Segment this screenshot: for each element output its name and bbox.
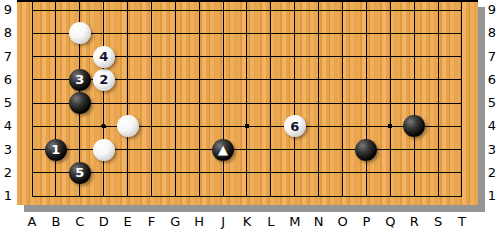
column-label-M: M	[287, 214, 303, 230]
stone-white-D6: 2	[93, 69, 115, 91]
stone-white-C8	[69, 22, 91, 44]
stone-black-P3	[355, 139, 377, 161]
row-label-left-9: 9	[0, 2, 16, 18]
row-label-right-8: 8	[484, 25, 500, 41]
column-label-B: B	[48, 214, 64, 230]
move-number-label: 3	[75, 73, 84, 86]
row-label-right-4: 4	[484, 118, 500, 134]
row-label-right-5: 5	[484, 95, 500, 111]
column-label-T: T	[454, 214, 470, 230]
column-label-H: H	[191, 214, 207, 230]
stone-black-B3: 1	[45, 139, 67, 161]
row-label-right-1: 1	[484, 188, 500, 204]
column-label-N: N	[311, 214, 327, 230]
row-label-right-7: 7	[484, 49, 500, 65]
column-label-D: D	[96, 214, 112, 230]
row-label-right-3: 3	[484, 142, 500, 158]
stone-black-C5	[69, 92, 91, 114]
move-number-label: 4	[99, 50, 108, 63]
column-label-E: E	[120, 214, 136, 230]
go-diagram: 153▲246 ABCDEFGHJKLMNOPQRST9988776655443…	[0, 0, 500, 236]
column-label-A: A	[24, 214, 40, 230]
stone-white-D7: 4	[93, 46, 115, 68]
row-label-right-6: 6	[484, 72, 500, 88]
stone-white-E4	[117, 115, 139, 137]
column-label-P: P	[358, 214, 374, 230]
move-number-label: 2	[99, 73, 108, 86]
row-label-left-7: 7	[0, 49, 16, 65]
column-label-F: F	[143, 214, 159, 230]
row-label-left-8: 8	[0, 25, 16, 41]
row-label-left-3: 3	[0, 142, 16, 158]
move-number-label: 6	[290, 120, 299, 133]
stone-black-C2: 5	[69, 162, 91, 184]
move-number-label: 1	[51, 143, 60, 156]
column-label-G: G	[167, 214, 183, 230]
row-label-right-2: 2	[484, 165, 500, 181]
row-label-left-5: 5	[0, 95, 16, 111]
column-label-S: S	[430, 214, 446, 230]
move-number-label: 5	[75, 166, 84, 179]
stone-white-D3	[93, 139, 115, 161]
column-label-Q: Q	[382, 214, 398, 230]
row-label-left-4: 4	[0, 118, 16, 134]
column-label-J: J	[215, 214, 231, 230]
column-label-L: L	[263, 214, 279, 230]
stone-white-M4: 6	[284, 115, 306, 137]
row-label-left-2: 2	[0, 165, 16, 181]
column-label-C: C	[72, 214, 88, 230]
column-label-K: K	[239, 214, 255, 230]
stone-black-C6: 3	[69, 69, 91, 91]
row-label-right-9: 9	[484, 2, 500, 18]
stone-black-J3: ▲	[212, 139, 234, 161]
column-label-O: O	[335, 214, 351, 230]
row-label-left-1: 1	[0, 188, 16, 204]
triangle-mark-icon: ▲	[218, 143, 228, 156]
column-label-R: R	[406, 214, 422, 230]
go-board[interactable]: 153▲246	[17, 0, 478, 205]
row-label-left-6: 6	[0, 72, 16, 88]
